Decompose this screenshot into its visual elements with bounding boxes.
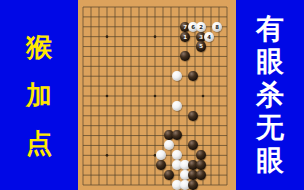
go-stone-white	[164, 140, 174, 150]
left-caption-panel: 猴 加 点	[0, 0, 78, 190]
right-caption-char: 眼	[256, 147, 284, 175]
go-board[interactable]: 76281345	[78, 0, 236, 190]
go-stone-black	[172, 130, 182, 140]
right-caption-panel: 有 眼 杀 无 眼	[236, 0, 304, 190]
move-number-label: 7	[183, 24, 187, 29]
go-stone-black	[188, 71, 198, 81]
move-number-label: 5	[199, 44, 203, 49]
right-caption-char: 有	[256, 15, 284, 43]
move-number-label: 1	[183, 34, 187, 39]
move-number-label: 3	[199, 34, 203, 39]
move-number-label: 4	[207, 34, 211, 39]
right-caption-char: 杀	[256, 81, 284, 109]
go-stone-white	[172, 150, 182, 160]
go-stone-white	[172, 71, 182, 81]
go-stone-white-move-2: 2	[196, 22, 206, 32]
move-number-label: 8	[215, 24, 219, 29]
move-number-label: 6	[191, 24, 195, 29]
go-stone-black	[188, 180, 198, 190]
go-stone-black	[196, 150, 206, 160]
go-stone-black	[180, 51, 190, 61]
right-caption-char: 无	[256, 114, 284, 142]
move-number-label: 2	[199, 24, 203, 29]
go-stone-black	[164, 170, 174, 180]
go-stone-black	[196, 160, 206, 170]
left-caption-char: 加	[26, 82, 52, 108]
right-caption-char: 眼	[256, 48, 284, 76]
go-stone-black	[196, 170, 206, 180]
go-stone-white	[172, 101, 182, 111]
go-stone-black	[188, 111, 198, 121]
go-stone-black-move-1: 1	[180, 32, 190, 42]
go-stone-black-move-5: 5	[196, 41, 206, 51]
go-stone-white	[156, 150, 166, 160]
go-stone-white-move-8: 8	[212, 22, 222, 32]
go-stone-black	[156, 160, 166, 170]
left-caption-char: 点	[26, 130, 52, 156]
go-stone-black	[188, 140, 198, 150]
go-stone-white-move-4: 4	[204, 32, 214, 42]
left-caption-char: 猴	[26, 34, 52, 60]
